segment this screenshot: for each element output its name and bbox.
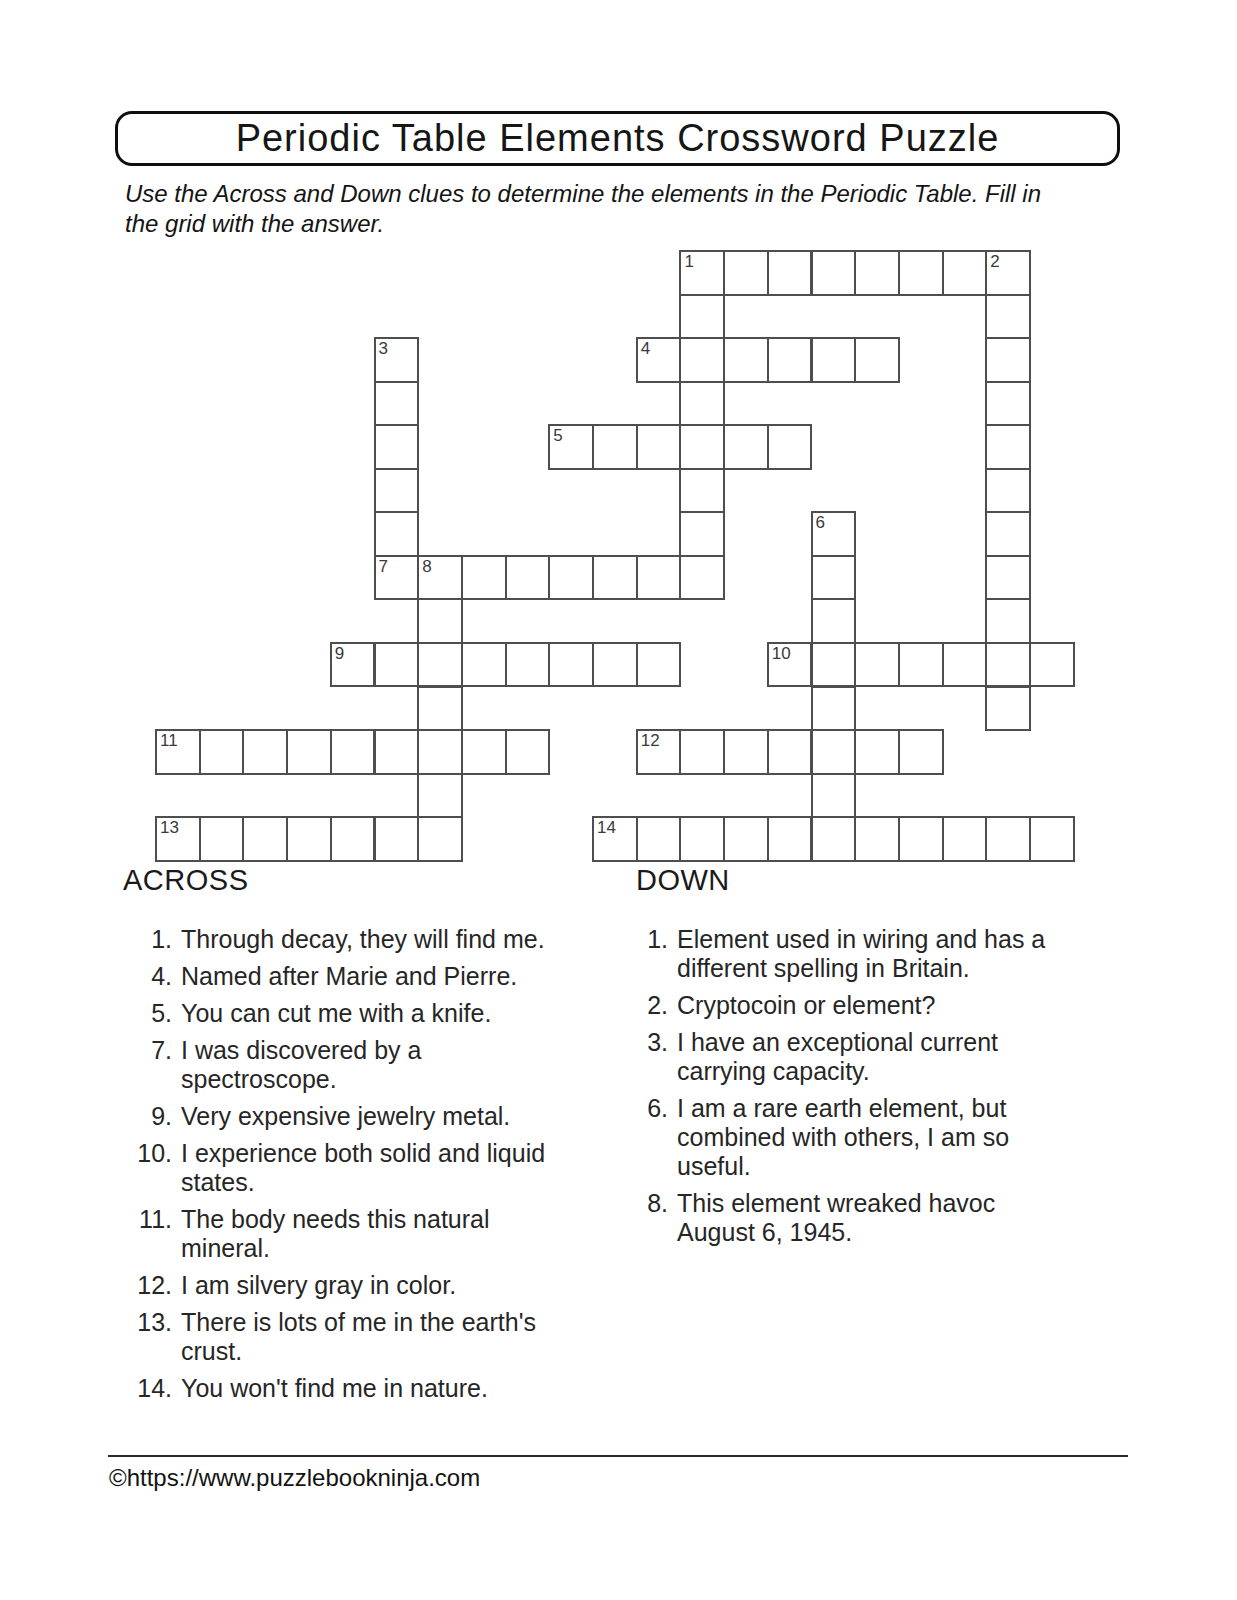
- clue-item-text: I am silvery gray in color.: [181, 1271, 567, 1300]
- clue-item: 3.I have an exceptional current carrying…: [615, 1028, 1095, 1086]
- grid-cell[interactable]: 6: [811, 511, 857, 557]
- clue-item-text: You can cut me with a knife.: [181, 999, 567, 1028]
- grid-cell[interactable]: 10: [767, 642, 813, 688]
- across-clues-section: ACROSS 1.Through decay, they will find m…: [119, 864, 589, 1411]
- grid-cell[interactable]: [811, 642, 857, 688]
- clue-item-number: 2.: [615, 991, 668, 1020]
- clue-number-label: 4: [641, 339, 650, 359]
- grid-cell[interactable]: [374, 642, 420, 688]
- grid-cell[interactable]: [679, 555, 725, 601]
- grid-cell[interactable]: [854, 816, 900, 862]
- clue-item: 5.You can cut me with a knife.: [119, 999, 589, 1028]
- grid-cell[interactable]: [854, 250, 900, 296]
- grid-cell[interactable]: [1029, 816, 1075, 862]
- grid-cell[interactable]: 14: [592, 816, 638, 862]
- across-header: ACROSS: [123, 864, 589, 897]
- clue-item-text: I was discovered by a spectroscope.: [181, 1036, 567, 1094]
- clue-item-text: There is lots of me in the earth's crust…: [181, 1308, 567, 1366]
- clue-number-label: 12: [641, 731, 660, 751]
- grid-cell[interactable]: 13: [155, 816, 201, 862]
- clue-item: 11.The body needs this natural mineral.: [119, 1205, 589, 1263]
- clue-number-label: 14: [597, 818, 616, 838]
- clue-number-label: 7: [379, 557, 388, 577]
- clue-item: 1.Through decay, they will find me.: [119, 925, 589, 954]
- grid-cell[interactable]: [330, 816, 376, 862]
- clue-item: 8.This element wreaked havoc August 6, 1…: [615, 1189, 1095, 1247]
- clue-item-text: I have an exceptional current carrying c…: [677, 1028, 1063, 1086]
- grid-cell[interactable]: [548, 555, 594, 601]
- grid-cell[interactable]: [985, 337, 1031, 383]
- grid-cell[interactable]: [417, 598, 463, 644]
- down-header: DOWN: [636, 864, 1095, 897]
- grid-cell[interactable]: [985, 424, 1031, 470]
- clue-item-number: 9.: [119, 1102, 172, 1131]
- grid-cell[interactable]: 12: [636, 729, 682, 775]
- grid-cell[interactable]: [811, 816, 857, 862]
- grid-cell[interactable]: 2: [985, 250, 1031, 296]
- grid-cell[interactable]: [461, 729, 507, 775]
- footer-divider: [108, 1455, 1128, 1457]
- clue-item-number: 1.: [119, 925, 172, 954]
- grid-cell[interactable]: [679, 729, 725, 775]
- grid-cell[interactable]: [985, 642, 1031, 688]
- grid-cell[interactable]: [811, 250, 857, 296]
- clue-item-text: The body needs this natural mineral.: [181, 1205, 567, 1263]
- grid-cell[interactable]: [374, 381, 420, 427]
- clue-number-label: 6: [816, 513, 825, 533]
- clue-item: 4.Named after Marie and Pierre.: [119, 962, 589, 991]
- grid-cell[interactable]: [679, 381, 725, 427]
- grid-cell[interactable]: [985, 468, 1031, 514]
- grid-cell[interactable]: 9: [330, 642, 376, 688]
- grid-cell[interactable]: [636, 424, 682, 470]
- grid-cell[interactable]: [286, 816, 332, 862]
- clue-item-number: 4.: [119, 962, 172, 991]
- grid-cell[interactable]: [985, 686, 1031, 732]
- clue-item-text: Cryptocoin or element?: [677, 991, 1063, 1020]
- grid-cell[interactable]: [985, 816, 1031, 862]
- grid-cell[interactable]: [942, 816, 988, 862]
- page: Periodic Table Elements Crossword Puzzle…: [0, 0, 1237, 1600]
- clue-item-number: 11.: [119, 1205, 172, 1263]
- grid-cell[interactable]: [811, 729, 857, 775]
- clue-item-number: 7.: [119, 1036, 172, 1094]
- grid-cell[interactable]: [767, 250, 813, 296]
- grid-cell[interactable]: [505, 642, 551, 688]
- grid-cell[interactable]: [461, 642, 507, 688]
- grid-cell[interactable]: [199, 729, 245, 775]
- clue-number-label: 8: [422, 557, 431, 577]
- down-clues-section: DOWN 1.Element used in wiring and has a …: [615, 864, 1095, 1255]
- clue-item-text: I am a rare earth element, but combined …: [677, 1094, 1063, 1181]
- clue-item: 10.I experience both solid and liquid st…: [119, 1139, 589, 1197]
- grid-cell[interactable]: 11: [155, 729, 201, 775]
- clue-number-label: 1: [684, 252, 693, 272]
- grid-cell[interactable]: [242, 729, 288, 775]
- down-clue-list: 1.Element used in wiring and has a diffe…: [615, 925, 1095, 1247]
- grid-cell[interactable]: [811, 686, 857, 732]
- clue-item: 7.I was discovered by a spectroscope.: [119, 1036, 589, 1094]
- grid-cell[interactable]: [898, 642, 944, 688]
- title-box: Periodic Table Elements Crossword Puzzle: [115, 111, 1120, 166]
- grid-cell[interactable]: [767, 337, 813, 383]
- grid-cell[interactable]: [767, 424, 813, 470]
- grid-cell[interactable]: [592, 642, 638, 688]
- clue-item-number: 3.: [615, 1028, 668, 1086]
- grid-cell[interactable]: 4: [636, 337, 682, 383]
- grid-cell[interactable]: [679, 468, 725, 514]
- grid-cell[interactable]: [767, 816, 813, 862]
- grid-cell[interactable]: [854, 337, 900, 383]
- grid-cell[interactable]: [854, 642, 900, 688]
- grid-cell[interactable]: [985, 294, 1031, 340]
- grid-cell[interactable]: 5: [548, 424, 594, 470]
- clue-item-text: This element wreaked havoc August 6, 194…: [677, 1189, 1063, 1247]
- grid-cell[interactable]: [417, 686, 463, 732]
- grid-cell[interactable]: [417, 773, 463, 819]
- clue-number-label: 3: [379, 339, 388, 359]
- grid-cell[interactable]: 3: [374, 337, 420, 383]
- clue-item-text: Very expensive jewelry metal.: [181, 1102, 567, 1131]
- grid-cell[interactable]: [898, 250, 944, 296]
- grid-cell[interactable]: [374, 816, 420, 862]
- grid-cell[interactable]: [854, 729, 900, 775]
- grid-cell[interactable]: [548, 642, 594, 688]
- clue-number-label: 5: [553, 426, 562, 446]
- grid-cell[interactable]: [723, 816, 769, 862]
- grid-cell[interactable]: [417, 816, 463, 862]
- grid-cell[interactable]: [811, 598, 857, 644]
- clue-item-number: 1.: [615, 925, 668, 983]
- grid-cell[interactable]: [985, 511, 1031, 557]
- grid-cell[interactable]: [374, 511, 420, 557]
- footer-credit: ©https://www.puzzlebookninja.com: [109, 1463, 480, 1493]
- grid-cell[interactable]: [417, 729, 463, 775]
- grid-cell[interactable]: [985, 598, 1031, 644]
- grid-cell[interactable]: [723, 729, 769, 775]
- grid-cell[interactable]: [985, 381, 1031, 427]
- clue-item-text: Through decay, they will find me.: [181, 925, 567, 954]
- grid-cell[interactable]: [723, 337, 769, 383]
- clue-item-number: 14.: [119, 1374, 172, 1403]
- clue-item-number: 10.: [119, 1139, 172, 1197]
- clue-item: 2.Cryptocoin or element?: [615, 991, 1095, 1020]
- instructions-text: Use the Across and Down clues to determi…: [125, 179, 1075, 239]
- grid-cell[interactable]: [374, 424, 420, 470]
- clue-number-label: 2: [990, 252, 999, 272]
- clue-number-label: 10: [772, 644, 791, 664]
- grid-cell[interactable]: [242, 816, 288, 862]
- clue-item-text: Element used in wiring and has a differe…: [677, 925, 1063, 983]
- grid-cell[interactable]: [374, 729, 420, 775]
- grid-cell[interactable]: [767, 729, 813, 775]
- clue-number-label: 11: [160, 731, 178, 751]
- across-clue-list: 1.Through decay, they will find me.4.Nam…: [119, 925, 589, 1403]
- clue-item-number: 5.: [119, 999, 172, 1028]
- grid-cell[interactable]: [374, 468, 420, 514]
- grid-cell[interactable]: [679, 424, 725, 470]
- grid-cell[interactable]: [461, 555, 507, 601]
- clue-item-number: 6.: [615, 1094, 668, 1181]
- page-title: Periodic Table Elements Crossword Puzzle: [236, 117, 1000, 160]
- grid-cell[interactable]: [592, 424, 638, 470]
- clue-item-number: 13.: [119, 1308, 172, 1366]
- clue-item-number: 12.: [119, 1271, 172, 1300]
- clue-item: 13.There is lots of me in the earth's cr…: [119, 1308, 589, 1366]
- grid-cell[interactable]: [505, 729, 551, 775]
- grid-cell[interactable]: [898, 729, 944, 775]
- grid-cell[interactable]: [330, 729, 376, 775]
- grid-cell[interactable]: [898, 816, 944, 862]
- grid-cell[interactable]: [679, 337, 725, 383]
- grid-cell[interactable]: [942, 642, 988, 688]
- grid-cell[interactable]: [985, 555, 1031, 601]
- clue-item-text: Named after Marie and Pierre.: [181, 962, 567, 991]
- grid-cell[interactable]: [942, 250, 988, 296]
- grid-cell[interactable]: [505, 555, 551, 601]
- grid-cell[interactable]: [592, 555, 638, 601]
- grid-cell[interactable]: [636, 816, 682, 862]
- grid-cell[interactable]: [679, 511, 725, 557]
- clue-item: 9.Very expensive jewelry metal.: [119, 1102, 589, 1131]
- grid-cell[interactable]: [199, 816, 245, 862]
- grid-cell[interactable]: [723, 424, 769, 470]
- grid-cell[interactable]: [286, 729, 332, 775]
- grid-cell[interactable]: [636, 642, 682, 688]
- grid-cell[interactable]: [1029, 642, 1075, 688]
- grid-cell[interactable]: [679, 294, 725, 340]
- clue-item: 6.I am a rare earth element, but combine…: [615, 1094, 1095, 1181]
- clue-item-text: You won't find me in nature.: [181, 1374, 567, 1403]
- grid-cell[interactable]: [679, 816, 725, 862]
- clue-item-number: 8.: [615, 1189, 668, 1247]
- grid-cell[interactable]: [811, 337, 857, 383]
- clue-number-label: 13: [160, 818, 179, 838]
- clue-item: 14.You won't find me in nature.: [119, 1374, 589, 1403]
- crossword-grid: 1234567891011121314: [155, 250, 1075, 862]
- clue-item-text: I experience both solid and liquid state…: [181, 1139, 567, 1197]
- clue-number-label: 9: [335, 644, 344, 664]
- grid-cell[interactable]: 8: [417, 555, 463, 601]
- grid-cell[interactable]: [811, 555, 857, 601]
- grid-cell[interactable]: [723, 250, 769, 296]
- clue-item: 1.Element used in wiring and has a diffe…: [615, 925, 1095, 983]
- grid-cell[interactable]: 7: [374, 555, 420, 601]
- clue-item: 12.I am silvery gray in color.: [119, 1271, 589, 1300]
- grid-cell[interactable]: 1: [679, 250, 725, 296]
- grid-cell[interactable]: [636, 555, 682, 601]
- grid-cell[interactable]: [417, 642, 463, 688]
- grid-cell[interactable]: [811, 773, 857, 819]
